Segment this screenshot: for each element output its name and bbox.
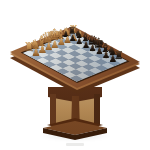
white-pawn[interactable]: ♟ <box>31 47 41 58</box>
chess-table-photo: ♜♜♞♞♝♝♛♛♚♚♝♝♞♞♜♜♟♟♟♟♟♟♟♟♟♟♟♟♟♟♟♟♜♜♞♞♝♝♛♛… <box>0 0 150 150</box>
black-pawn[interactable]: ♟ <box>109 54 117 63</box>
pieces-layer: ♜♜♞♞♝♝♛♛♚♚♝♝♞♞♜♜♟♟♟♟♟♟♟♟♟♟♟♟♟♟♟♟♜♜♞♞♝♝♛♛… <box>0 0 150 150</box>
watermark <box>66 143 84 146</box>
